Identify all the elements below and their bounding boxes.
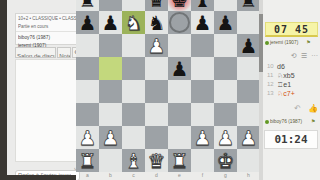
black-rook-h8[interactable]: ♜ [237, 0, 260, 11]
square-c6[interactable] [122, 34, 145, 57]
black-pawn-f7[interactable]: ♟ [191, 11, 214, 34]
tab-chat[interactable]: Salon de discussion [15, 47, 56, 58]
online-dot-icon [265, 41, 269, 45]
move-hover-circle [169, 12, 190, 33]
white-king-g1[interactable]: ♚ [214, 149, 237, 172]
square-d2[interactable] [145, 126, 168, 149]
square-a3[interactable] [76, 103, 99, 126]
square-h4[interactable] [237, 80, 260, 103]
left-edge-strip [0, 0, 7, 180]
white-pawn-a2[interactable]: ♟ [76, 126, 99, 149]
black-bishop-f8[interactable]: ♝ [191, 0, 214, 11]
move-san[interactable]: ♖e1 [277, 80, 291, 89]
move-number: 13 [267, 89, 277, 98]
game-info-line: 10+2 • CLASSIQUE • CLASSÉE [18, 16, 64, 21]
move-number: 12 [267, 80, 277, 89]
square-c8[interactable] [122, 0, 145, 11]
black-pawn-h6[interactable]: ♟ [237, 34, 260, 57]
move-san[interactable]: d6 [277, 62, 285, 71]
draw-offer-icon[interactable]: 👍 [308, 104, 318, 114]
square-g3[interactable] [214, 103, 237, 126]
square-h3[interactable] [237, 103, 260, 126]
white-queen-d1[interactable]: ♛ [145, 149, 168, 172]
white-pawn-d6[interactable]: ♟ [145, 34, 168, 57]
white-pawn-b2[interactable]: ♟ [99, 126, 122, 149]
tab-notes[interactable]: Notes [57, 47, 71, 58]
white-player-name[interactable]: biboy76 (1987) [270, 118, 302, 125]
square-b8[interactable] [99, 0, 122, 11]
white-clock: 01:24 [264, 130, 318, 149]
square-b1[interactable] [99, 149, 122, 172]
square-e6[interactable] [168, 34, 191, 57]
move-number: 10 [267, 62, 277, 71]
square-e3[interactable] [168, 103, 191, 126]
online-dot-icon [265, 120, 269, 124]
takeback-icon[interactable]: ↶ [294, 104, 301, 114]
white-rook-a1[interactable]: ♜ [76, 149, 99, 172]
square-b6[interactable] [99, 34, 122, 57]
move-row[interactable]: 11♘xb5 [267, 71, 320, 80]
square-d3[interactable] [145, 103, 168, 126]
square-e7[interactable] [168, 11, 191, 34]
white-pawn-g2[interactable]: ♟ [214, 126, 237, 149]
square-c5[interactable] [122, 57, 145, 80]
file-labels: abcdefgh [76, 172, 260, 179]
white-player-summary[interactable]: biboy76 (1987) [18, 35, 67, 41]
game-actions: ↶ 👍 [265, 104, 318, 114]
chess-board[interactable]: ♜♛♚♝♜♟♟♞♞♟♟♟♟♟♟♟♟♟♟♜♝♛♜♚ [76, 0, 260, 172]
square-c4[interactable] [122, 80, 145, 103]
white-pawn-h2[interactable]: ♟ [237, 126, 260, 149]
left-panel: 10+2 • CLASSIQUE • CLASSÉE Partie en cou… [7, 0, 75, 175]
square-e2[interactable] [168, 126, 191, 149]
tab-chat-label: Salon de discussion [17, 53, 56, 58]
replay-first-icon[interactable]: ⟲ [291, 51, 297, 60]
replay-controls: ⟲ ☰ ⋯ [265, 51, 318, 60]
black-pawn-g7[interactable]: ♟ [214, 11, 237, 34]
square-e4[interactable] [168, 80, 191, 103]
square-b3[interactable] [99, 103, 122, 126]
square-c2[interactable] [122, 126, 145, 149]
black-queen-d8[interactable]: ♛ [145, 0, 168, 11]
square-h5[interactable] [237, 57, 260, 80]
file-label-b: b [99, 172, 122, 178]
white-bishop-c1[interactable]: ♝ [122, 149, 145, 172]
white-knight-c7[interactable]: ♞ [122, 11, 145, 34]
black-pawn-e5[interactable]: ♟ [168, 57, 191, 80]
move-list[interactable]: 10d611♘xb512♖e113♘c7+ [267, 62, 320, 98]
flag-icon: ⚑ [306, 38, 310, 47]
chat-messages-area[interactable] [15, 59, 80, 162]
file-label-h: h [237, 172, 260, 178]
move-row[interactable]: 13♘c7+ [267, 89, 320, 98]
square-g6[interactable] [214, 34, 237, 57]
square-d4[interactable] [145, 80, 168, 103]
move-san[interactable]: ♘c7+ [277, 89, 295, 98]
white-player-row[interactable]: biboy76 (1987) ⚑ [265, 117, 320, 126]
square-b4[interactable] [99, 80, 122, 103]
white-pawn-f2[interactable]: ♟ [191, 126, 214, 149]
square-f4[interactable] [191, 80, 214, 103]
square-f3[interactable] [191, 103, 214, 126]
tab-notes-label: Notes [59, 53, 71, 58]
square-b5[interactable] [99, 57, 122, 80]
move-number: 11 [267, 71, 277, 80]
menu-icon[interactable]: ☰ [301, 51, 307, 60]
square-f6[interactable] [191, 34, 214, 57]
black-pawn-b7[interactable]: ♟ [99, 11, 122, 34]
square-h1[interactable] [237, 149, 260, 172]
black-knight-d7[interactable]: ♞ [145, 11, 168, 34]
replay-last-icon[interactable]: ⋯ [311, 51, 318, 60]
square-g8[interactable] [214, 0, 237, 11]
white-rook-e1[interactable]: ♜ [168, 149, 191, 172]
black-king-e8[interactable]: ♚ [168, 0, 191, 11]
move-row[interactable]: 12♖e1 [267, 80, 320, 89]
black-rook-a8[interactable]: ♜ [76, 0, 99, 11]
square-d5[interactable] [145, 57, 168, 80]
move-san[interactable]: ♘xb5 [277, 71, 295, 80]
black-player-name[interactable]: jeremi (1907) [270, 39, 298, 46]
square-c3[interactable] [122, 103, 145, 126]
black-pawn-a7[interactable]: ♟ [76, 11, 99, 34]
bottom-edge-strip [0, 175, 76, 180]
square-f1[interactable] [191, 149, 214, 172]
square-a6[interactable] [76, 34, 99, 57]
black-player-row[interactable]: jeremi (1907) ⚑ [265, 38, 320, 47]
square-f5[interactable] [191, 57, 214, 80]
chat-tabs: Salon de discussion Notes ⚙ [15, 47, 81, 58]
move-row[interactable]: 10d6 [267, 62, 320, 71]
square-g4[interactable] [214, 80, 237, 103]
game-info-box: 10+2 • CLASSIQUE • CLASSÉE Partie en cou… [15, 13, 80, 45]
square-g5[interactable] [214, 57, 237, 80]
black-clock: 07 45 [265, 22, 318, 37]
game-status-line: Partie en cours [18, 24, 64, 29]
file-label-f: f [191, 172, 214, 178]
square-a4[interactable] [76, 80, 99, 103]
game-sidebar: 07 45 jeremi (1907) ⚑ ⟲ ☰ ⋯ 10d611♘xb512… [263, 0, 320, 180]
square-h7[interactable] [237, 11, 260, 34]
flag-icon: ⚑ [311, 117, 315, 126]
square-a5[interactable] [76, 57, 99, 80]
